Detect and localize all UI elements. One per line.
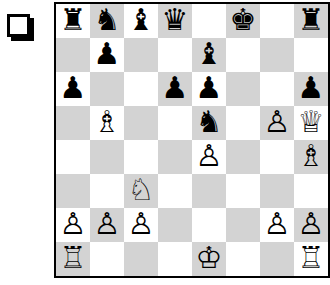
square-f7[interactable] (226, 38, 260, 72)
piece-wp-b2[interactable]: ♙ (94, 208, 121, 241)
square-g6[interactable] (260, 72, 294, 106)
square-e8[interactable] (192, 4, 226, 38)
piece-bp-h6[interactable]: ♟ (298, 72, 325, 105)
square-f2[interactable] (226, 208, 260, 242)
square-g4[interactable] (260, 140, 294, 174)
piece-wp-e4[interactable]: ♙ (196, 140, 223, 173)
square-e2[interactable] (192, 208, 226, 242)
square-e4[interactable]: ♙ (192, 140, 226, 174)
square-b5[interactable]: ♗ (90, 106, 124, 140)
square-c6[interactable] (124, 72, 158, 106)
square-d5[interactable] (158, 106, 192, 140)
square-a4[interactable] (56, 140, 90, 174)
square-d1[interactable] (158, 242, 192, 276)
square-e5[interactable]: ♞ (192, 106, 226, 140)
piece-bn-e5[interactable]: ♞ (196, 106, 223, 139)
piece-br-h8[interactable]: ♜ (298, 4, 325, 37)
square-c3[interactable]: ♘ (124, 174, 158, 208)
square-g2[interactable]: ♙ (260, 208, 294, 242)
square-f5[interactable] (226, 106, 260, 140)
square-a7[interactable] (56, 38, 90, 72)
piece-bp-b7[interactable]: ♟ (94, 38, 121, 71)
piece-wn-c3[interactable]: ♘ (128, 174, 155, 207)
piece-bb-c8[interactable]: ♝ (128, 4, 155, 37)
square-g8[interactable] (260, 4, 294, 38)
square-e1[interactable]: ♔ (192, 242, 226, 276)
square-b2[interactable]: ♙ (90, 208, 124, 242)
square-h1[interactable]: ♖ (294, 242, 328, 276)
square-b6[interactable] (90, 72, 124, 106)
square-f1[interactable] (226, 242, 260, 276)
square-d4[interactable] (158, 140, 192, 174)
piece-wq-h5[interactable]: ♕ (298, 106, 325, 139)
piece-bk-f8[interactable]: ♚ (230, 4, 257, 37)
piece-br-a8[interactable]: ♜ (60, 4, 87, 37)
square-c8[interactable]: ♝ (124, 4, 158, 38)
piece-bb-e7[interactable]: ♝ (196, 38, 223, 71)
piece-wp-g2[interactable]: ♙ (264, 208, 291, 241)
piece-wr-a1[interactable]: ♖ (60, 242, 87, 275)
piece-wb-b5[interactable]: ♗ (94, 106, 121, 139)
square-d2[interactable] (158, 208, 192, 242)
square-c5[interactable] (124, 106, 158, 140)
square-h3[interactable] (294, 174, 328, 208)
square-a1[interactable]: ♖ (56, 242, 90, 276)
piece-wp-g5[interactable]: ♙ (264, 106, 291, 139)
square-b1[interactable] (90, 242, 124, 276)
square-f3[interactable] (226, 174, 260, 208)
square-c1[interactable] (124, 242, 158, 276)
square-h2[interactable]: ♙ (294, 208, 328, 242)
square-f4[interactable] (226, 140, 260, 174)
square-d8[interactable]: ♛ (158, 4, 192, 38)
piece-wk-e1[interactable]: ♔ (196, 242, 223, 275)
piece-bp-d6[interactable]: ♟ (162, 72, 189, 105)
square-c7[interactable] (124, 38, 158, 72)
piece-bn-b8[interactable]: ♞ (94, 4, 121, 37)
square-a2[interactable]: ♙ (56, 208, 90, 242)
piece-wp-h2[interactable]: ♙ (298, 208, 325, 241)
square-a3[interactable] (56, 174, 90, 208)
square-g3[interactable] (260, 174, 294, 208)
square-h5[interactable]: ♕ (294, 106, 328, 140)
square-d7[interactable] (158, 38, 192, 72)
square-a6[interactable]: ♟ (56, 72, 90, 106)
piece-wr-h1[interactable]: ♖ (298, 242, 325, 275)
piece-bp-a6[interactable]: ♟ (60, 72, 87, 105)
square-f8[interactable]: ♚ (226, 4, 260, 38)
square-h6[interactable]: ♟ (294, 72, 328, 106)
square-e6[interactable]: ♟ (192, 72, 226, 106)
square-g7[interactable] (260, 38, 294, 72)
piece-wp-c2[interactable]: ♙ (128, 208, 155, 241)
square-c4[interactable] (124, 140, 158, 174)
square-h7[interactable] (294, 38, 328, 72)
square-d6[interactable]: ♟ (158, 72, 192, 106)
square-e3[interactable] (192, 174, 226, 208)
square-h8[interactable]: ♜ (294, 4, 328, 38)
square-e7[interactable]: ♝ (192, 38, 226, 72)
chess-board: ♜♞♝♛♚♜♟♝♟♟♟♟♗♞♙♕♙♗♘♙♙♙♙♙♖♔♖ (54, 2, 330, 278)
chess-diagram-page: ♜♞♝♛♚♜♟♝♟♟♟♟♗♞♙♕♙♗♘♙♙♙♙♙♖♔♖ (0, 0, 330, 285)
piece-wp-a2[interactable]: ♙ (60, 208, 87, 241)
square-c2[interactable]: ♙ (124, 208, 158, 242)
square-b7[interactable]: ♟ (90, 38, 124, 72)
square-g5[interactable]: ♙ (260, 106, 294, 140)
piece-bp-e6[interactable]: ♟ (196, 72, 223, 105)
square-b8[interactable]: ♞ (90, 4, 124, 38)
piece-wb-h4[interactable]: ♗ (298, 140, 325, 173)
square-h4[interactable]: ♗ (294, 140, 328, 174)
square-b3[interactable] (90, 174, 124, 208)
square-a8[interactable]: ♜ (56, 4, 90, 38)
square-a5[interactable] (56, 106, 90, 140)
square-f6[interactable] (226, 72, 260, 106)
piece-bq-d8[interactable]: ♛ (162, 4, 189, 37)
square-g1[interactable] (260, 242, 294, 276)
square-b4[interactable] (90, 140, 124, 174)
square-d3[interactable] (158, 174, 192, 208)
white-to-move-icon (7, 14, 30, 37)
